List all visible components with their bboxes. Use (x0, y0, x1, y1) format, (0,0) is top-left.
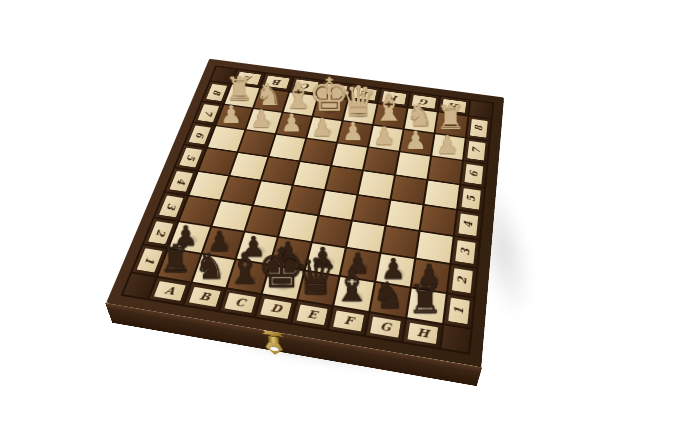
piece-contact-shadow (257, 94, 284, 109)
square-f7: ♟ (369, 126, 402, 151)
file-letter: B (272, 78, 282, 86)
piece-contact-shadow (240, 240, 272, 261)
file-letter: B (198, 291, 211, 303)
piece-contact-shadow (280, 119, 308, 135)
piece-contact-shadow (379, 262, 410, 283)
square-b5 (230, 153, 267, 180)
square-c7: ♟ (277, 113, 312, 137)
square-f3 (347, 221, 384, 251)
square-c8: ♝ (284, 92, 318, 115)
piece-contact-shadow (173, 230, 205, 250)
square-b6 (239, 131, 275, 156)
rank-label-left-6: 6 (185, 123, 214, 147)
square-d5 (294, 162, 330, 189)
piece-contact-shadow (302, 279, 334, 301)
square-e6 (332, 144, 367, 170)
rank-number: 8 (211, 89, 222, 95)
piece-contact-shadow (231, 268, 264, 290)
rank-number: 5 (465, 195, 477, 202)
file-letter: F (390, 94, 398, 102)
square-f1: ♝ (334, 277, 373, 311)
file-letter: E (306, 309, 318, 321)
file-label-front-C: C (220, 289, 260, 316)
piece-contact-shadow (411, 297, 442, 320)
square-d1: ♚ (263, 266, 303, 299)
square-h5 (425, 181, 459, 209)
rank-label-right-3: 3 (452, 237, 479, 267)
file-letter: E (360, 90, 369, 98)
rank-label-right-7: 7 (464, 139, 489, 164)
rank-number: 6 (194, 132, 206, 139)
rank-number: 1 (143, 256, 157, 264)
square-g3 (382, 227, 419, 258)
piece-contact-shadow (435, 140, 462, 157)
piece-contact-shadow (372, 132, 399, 149)
rank-number: 7 (203, 110, 215, 116)
square-e5 (326, 167, 362, 194)
piece-contact-shadow (228, 90, 255, 105)
piece-contact-shadow (341, 127, 368, 143)
piece-contact-shadow (403, 136, 430, 153)
square-g6 (396, 152, 430, 179)
rank-label-right-1: 1 (444, 294, 473, 327)
file-letter: G (379, 321, 391, 333)
rank-number: 6 (468, 171, 479, 178)
rank-label-left-2: 2 (144, 218, 177, 247)
rank-label-left-4: 4 (166, 168, 197, 194)
square-d2: ♟ (271, 238, 310, 269)
piece-contact-shadow (338, 285, 370, 307)
square-c2: ♟ (237, 233, 277, 264)
piece-contact-shadow (438, 118, 464, 134)
piece-contact-shadow (377, 110, 404, 126)
frame-corner (123, 274, 155, 299)
rank-number: 7 (471, 147, 482, 154)
piece-contact-shadow (316, 102, 343, 117)
file-label-front-E: E (292, 301, 331, 329)
rank-number: 8 (473, 125, 484, 131)
square-e8: ♛ (344, 100, 377, 124)
rank-number: 3 (459, 248, 471, 256)
square-h4 (421, 206, 456, 236)
piece-contact-shadow (220, 111, 248, 127)
square-e7: ♟ (338, 121, 372, 146)
product-photo: ABCDEFGH8♜♞♝♚♛♝♞♜87♟♟♟♟♟♟♟♟7665544332♟♟♟… (0, 0, 680, 425)
rank-label-left-1: 1 (132, 245, 166, 276)
board-grid: ABCDEFGH8♜♞♝♚♛♝♞♜87♟♟♟♟♟♟♟♟7665544332♟♟♟… (120, 66, 494, 355)
piece-contact-shadow (196, 263, 229, 284)
square-b4 (222, 177, 260, 205)
rank-label-left-5: 5 (176, 145, 206, 170)
rank-number: 2 (154, 229, 167, 237)
square-b3 (213, 201, 252, 230)
piece-contact-shadow (415, 267, 446, 289)
square-h8: ♜ (436, 113, 468, 137)
square-h2: ♟ (412, 259, 449, 292)
piece-contact-shadow (344, 256, 375, 277)
square-g8: ♞ (405, 108, 437, 132)
frame-corner (442, 325, 471, 352)
square-c5 (262, 158, 298, 185)
rank-label-right-8: 8 (467, 117, 491, 141)
square-a5 (199, 149, 236, 175)
square-g1: ♞ (371, 283, 410, 317)
square-b7: ♟ (247, 109, 282, 133)
square-c1: ♝ (228, 260, 269, 293)
chess-board: ABCDEFGH8♜♞♝♚♛♝♞♜87♟♟♟♟♟♟♟♟7665544332♟♟♟… (106, 59, 504, 368)
file-label-front-H: H (404, 319, 442, 347)
piece-contact-shadow (266, 274, 298, 296)
square-g4 (387, 201, 423, 230)
piece-contact-shadow (309, 251, 340, 272)
piece-contact-shadow (250, 115, 278, 131)
piece-contact-shadow (275, 245, 307, 266)
file-letter: A (244, 75, 254, 83)
file-letter: C (234, 297, 247, 309)
rank-label-right-5: 5 (458, 185, 484, 212)
rank-number: 5 (185, 154, 197, 161)
piece-contact-shadow (162, 257, 195, 278)
square-d6 (301, 139, 336, 165)
square-c3 (246, 206, 285, 236)
rank-label-right-6: 6 (461, 161, 486, 187)
square-f6 (364, 148, 398, 174)
piece-contact-shadow (287, 98, 314, 113)
square-a4 (190, 172, 228, 200)
square-a8: ♜ (225, 85, 259, 108)
rank-number: 1 (453, 306, 466, 315)
piece-contact-shadow (310, 123, 338, 139)
square-g7: ♟ (401, 130, 434, 155)
rank-number: 2 (456, 276, 469, 285)
rank-label-left-8: 8 (203, 82, 231, 104)
square-f4 (353, 196, 389, 225)
file-letter: F (343, 315, 354, 327)
square-g2: ♟ (376, 254, 414, 286)
square-e1: ♛ (298, 271, 338, 304)
rank-label-right-2: 2 (448, 265, 476, 297)
square-d7: ♟ (307, 117, 341, 142)
square-c6 (270, 135, 305, 161)
square-h7: ♟ (432, 134, 465, 160)
square-b2: ♟ (203, 227, 243, 258)
square-d8: ♚ (314, 96, 347, 120)
piece-contact-shadow (374, 291, 406, 314)
frame-corner (469, 101, 492, 119)
square-d3 (279, 211, 317, 241)
square-h6 (429, 157, 462, 184)
square-f2: ♟ (341, 249, 379, 281)
file-label-front-B: B (185, 284, 225, 311)
file-letter: C (301, 82, 311, 90)
square-h1: ♜ (407, 289, 445, 324)
file-label-front-F: F (329, 307, 368, 335)
piece-contact-shadow (407, 114, 433, 130)
file-label-front-G: G (366, 313, 405, 341)
square-e2: ♟ (306, 243, 345, 275)
piece-contact-shadow (346, 106, 373, 122)
square-a2: ♟ (169, 222, 210, 253)
square-h3 (416, 232, 452, 263)
file-letter: A (164, 285, 177, 297)
file-letter: H (416, 327, 429, 340)
square-e4 (320, 191, 357, 220)
file-letter: H (449, 102, 460, 110)
file-letter: D (269, 303, 282, 315)
file-label-front-A: A (150, 278, 190, 304)
rank-number: 3 (165, 203, 178, 211)
square-f8: ♝ (374, 104, 407, 128)
rank-number: 4 (175, 178, 188, 185)
square-c4 (254, 181, 292, 209)
file-letter: D (330, 86, 340, 94)
square-e3 (313, 216, 351, 246)
rank-label-right-4: 4 (455, 211, 482, 240)
rank-number: 4 (462, 221, 474, 229)
brass-clasp (258, 327, 289, 364)
square-g5 (392, 176, 427, 204)
square-d4 (287, 186, 324, 214)
square-f5 (359, 171, 394, 199)
piece-contact-shadow (206, 235, 238, 255)
square-b8: ♞ (254, 88, 288, 111)
file-letter: G (419, 98, 429, 106)
file-label-front-D: D (256, 295, 296, 322)
